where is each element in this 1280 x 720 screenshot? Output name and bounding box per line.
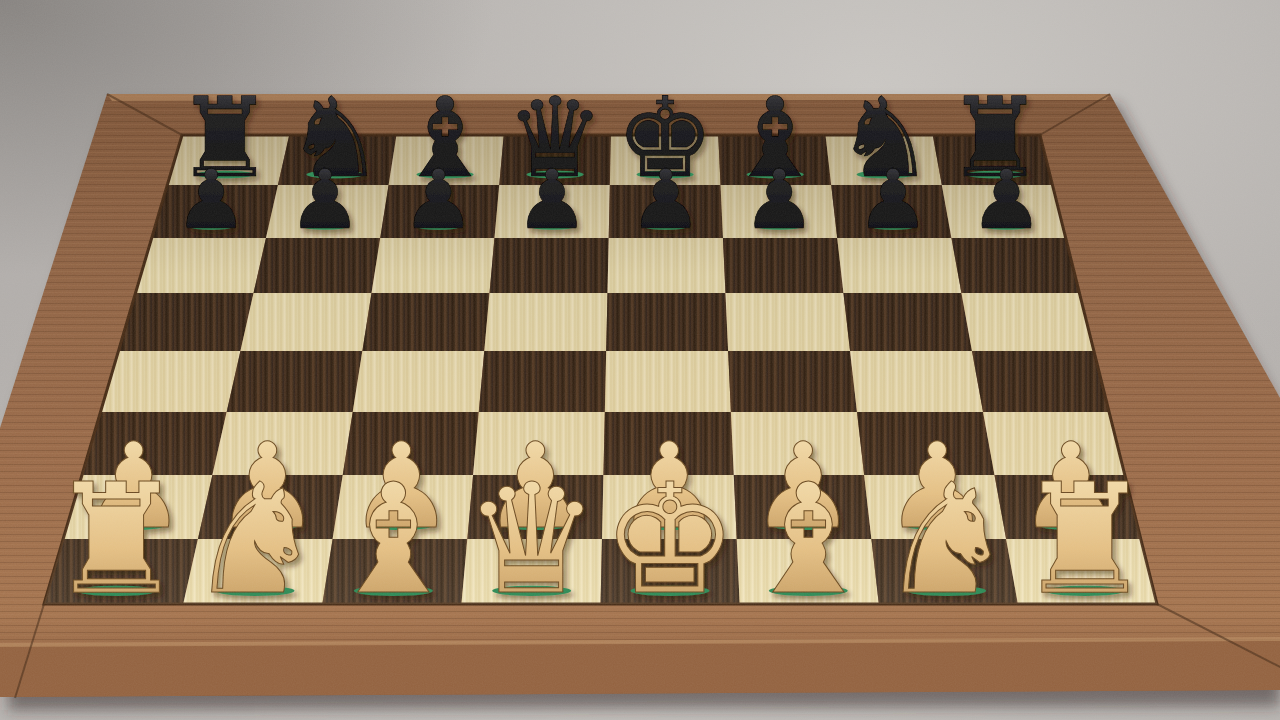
chess-photo-scene: ♜♞♝♛♚♝♞♜♟♟♟♟♟♟♟♟♟♟♟♟♟♟♟♟♜♞♝♛♚♝♞♜ — [0, 0, 1280, 720]
chess-board: ♜♞♝♛♚♝♞♜♟♟♟♟♟♟♟♟♟♟♟♟♟♟♟♟♜♞♝♛♚♝♞♜ — [0, 0, 1280, 720]
photo-grain-overlay — [0, 0, 1280, 720]
